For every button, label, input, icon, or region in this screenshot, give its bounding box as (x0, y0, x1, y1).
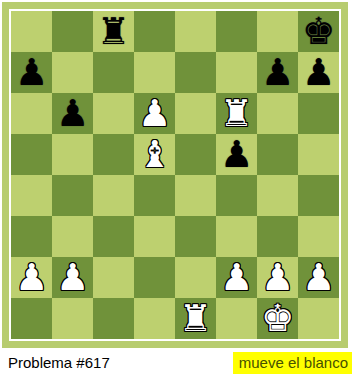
square-f1 (216, 298, 257, 339)
white-rook: ♜ (220, 93, 253, 134)
black-pawn: ♟ (261, 52, 294, 93)
white-pawn: ♟ (261, 257, 294, 298)
square-d6: ♟ (134, 93, 175, 134)
square-h3 (298, 216, 339, 257)
square-d7 (134, 52, 175, 93)
black-pawn: ♟ (220, 134, 253, 175)
square-c6 (93, 93, 134, 134)
white-rook: ♜ (179, 298, 212, 339)
square-a7: ♟ (11, 52, 52, 93)
square-e5 (175, 134, 216, 175)
square-c5 (93, 134, 134, 175)
square-h2: ♟ (298, 257, 339, 298)
problem-number-label: Problema #617 (8, 354, 110, 371)
square-d1 (134, 298, 175, 339)
square-c3 (93, 216, 134, 257)
square-b7 (52, 52, 93, 93)
square-c7 (93, 52, 134, 93)
white-pawn: ♟ (138, 93, 171, 134)
white-pawn: ♟ (56, 257, 89, 298)
square-g5 (257, 134, 298, 175)
square-e8 (175, 11, 216, 52)
square-c2 (93, 257, 134, 298)
square-b8 (52, 11, 93, 52)
square-c4 (93, 175, 134, 216)
square-e7 (175, 52, 216, 93)
square-d5: ♝ (134, 134, 175, 175)
square-a2: ♟ (11, 257, 52, 298)
square-f6: ♜ (216, 93, 257, 134)
square-b3 (52, 216, 93, 257)
square-e4 (175, 175, 216, 216)
square-b2: ♟ (52, 257, 93, 298)
square-a4 (11, 175, 52, 216)
square-a8 (11, 11, 52, 52)
white-bishop: ♝ (138, 134, 171, 175)
square-g2: ♟ (257, 257, 298, 298)
white-pawn: ♟ (220, 257, 253, 298)
square-a1 (11, 298, 52, 339)
chess-board: ♜♚♟♟♟♟♟♜♝♟♟♟♟♟♟♜♚ (9, 9, 341, 341)
square-f5: ♟ (216, 134, 257, 175)
square-a3 (11, 216, 52, 257)
white-pawn: ♟ (15, 257, 48, 298)
square-g7: ♟ (257, 52, 298, 93)
square-g4 (257, 175, 298, 216)
square-h6 (298, 93, 339, 134)
black-king: ♚ (302, 11, 335, 52)
square-d3 (134, 216, 175, 257)
black-pawn: ♟ (302, 52, 335, 93)
black-pawn: ♟ (15, 52, 48, 93)
square-h5 (298, 134, 339, 175)
square-g1: ♚ (257, 298, 298, 339)
square-b6: ♟ (52, 93, 93, 134)
square-f3 (216, 216, 257, 257)
side-to-move-label: mueve el blanco (233, 352, 352, 374)
square-f7 (216, 52, 257, 93)
square-g6 (257, 93, 298, 134)
square-f4 (216, 175, 257, 216)
black-pawn: ♟ (56, 93, 89, 134)
square-f8 (216, 11, 257, 52)
square-h4 (298, 175, 339, 216)
square-g3 (257, 216, 298, 257)
square-d4 (134, 175, 175, 216)
square-e2 (175, 257, 216, 298)
square-f2: ♟ (216, 257, 257, 298)
square-h7: ♟ (298, 52, 339, 93)
square-c8: ♜ (93, 11, 134, 52)
square-b5 (52, 134, 93, 175)
square-e3 (175, 216, 216, 257)
square-h8: ♚ (298, 11, 339, 52)
square-h1 (298, 298, 339, 339)
square-b4 (52, 175, 93, 216)
board-frame: ♜♚♟♟♟♟♟♜♝♟♟♟♟♟♟♜♚ (2, 2, 348, 348)
square-c1 (93, 298, 134, 339)
square-b1 (52, 298, 93, 339)
square-a6 (11, 93, 52, 134)
square-e1: ♜ (175, 298, 216, 339)
caption-row: Problema #617 mueve el blanco (0, 350, 352, 377)
square-g8 (257, 11, 298, 52)
square-d8 (134, 11, 175, 52)
white-pawn: ♟ (302, 257, 335, 298)
square-e6 (175, 93, 216, 134)
square-d2 (134, 257, 175, 298)
white-king: ♚ (261, 298, 294, 339)
black-rook: ♜ (97, 11, 130, 52)
square-a5 (11, 134, 52, 175)
